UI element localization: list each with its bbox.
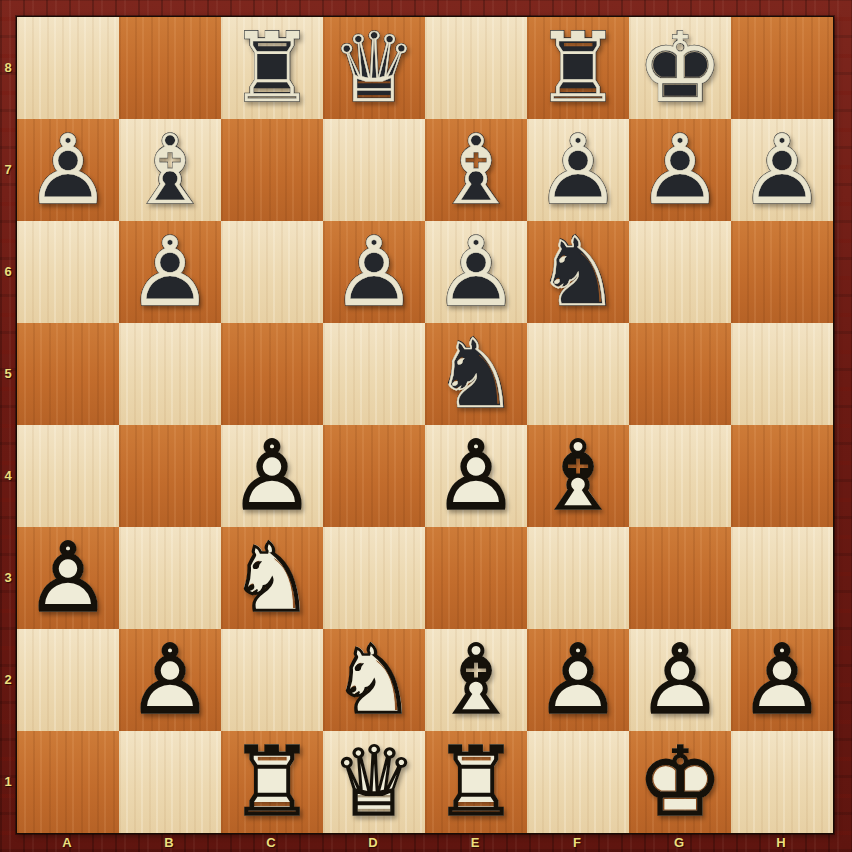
board-square[interactable] — [17, 221, 119, 323]
piece-black-knight[interactable]: ♞♘ — [425, 323, 527, 425]
board-square[interactable]: ♟♙ — [323, 221, 425, 323]
piece-outline-glyph: ♘ — [323, 629, 425, 731]
piece-fill-glyph: ♝ — [425, 119, 527, 221]
board-square[interactable] — [221, 323, 323, 425]
piece-white-pawn[interactable]: ♟♙ — [527, 629, 629, 731]
piece-fill-glyph: ♛ — [323, 17, 425, 119]
piece-white-knight[interactable]: ♞♘ — [221, 527, 323, 629]
piece-white-queen[interactable]: ♛♕ — [323, 731, 425, 833]
board-square[interactable] — [17, 629, 119, 731]
board-square[interactable] — [323, 425, 425, 527]
piece-outline-glyph: ♙ — [731, 119, 833, 221]
board-square[interactable]: ♞♘ — [221, 527, 323, 629]
piece-fill-glyph: ♜ — [221, 17, 323, 119]
board-square[interactable] — [629, 527, 731, 629]
piece-black-pawn[interactable]: ♟♙ — [425, 221, 527, 323]
board-square[interactable] — [221, 221, 323, 323]
piece-black-pawn[interactable]: ♟♙ — [527, 119, 629, 221]
board-square[interactable] — [119, 527, 221, 629]
piece-black-pawn[interactable]: ♟♙ — [323, 221, 425, 323]
piece-white-pawn[interactable]: ♟♙ — [425, 425, 527, 527]
file-label-f: F — [526, 833, 628, 852]
piece-black-pawn[interactable]: ♟♙ — [629, 119, 731, 221]
rank-label-3: 3 — [0, 526, 16, 628]
board-square[interactable]: ♜♖ — [425, 731, 527, 833]
board-square[interactable]: ♚♔ — [629, 731, 731, 833]
board-square[interactable] — [323, 323, 425, 425]
piece-outline-glyph: ♙ — [17, 119, 119, 221]
piece-outline-glyph: ♔ — [629, 17, 731, 119]
board-square[interactable]: ♟♙ — [119, 629, 221, 731]
piece-outline-glyph: ♗ — [527, 425, 629, 527]
board-square[interactable] — [323, 119, 425, 221]
piece-outline-glyph: ♙ — [17, 527, 119, 629]
piece-white-king[interactable]: ♚♔ — [629, 731, 731, 833]
piece-outline-glyph: ♙ — [629, 119, 731, 221]
board-square[interactable]: ♞♘ — [527, 221, 629, 323]
board-square[interactable] — [425, 17, 527, 119]
file-label-c: C — [220, 833, 322, 852]
board-square[interactable] — [17, 17, 119, 119]
piece-fill-glyph: ♜ — [527, 17, 629, 119]
board-square[interactable] — [731, 425, 833, 527]
board-square[interactable]: ♟♙ — [527, 119, 629, 221]
piece-fill-glyph: ♟ — [425, 221, 527, 323]
piece-white-bishop[interactable]: ♝♗ — [527, 425, 629, 527]
piece-black-rook[interactable]: ♜♖ — [221, 17, 323, 119]
file-label-b: B — [118, 833, 220, 852]
rank-label-2: 2 — [0, 628, 16, 730]
piece-fill-glyph: ♟ — [17, 527, 119, 629]
board-square[interactable]: ♝♗ — [425, 629, 527, 731]
piece-fill-glyph: ♟ — [221, 425, 323, 527]
board-square[interactable]: ♛♕ — [323, 17, 425, 119]
piece-fill-glyph: ♝ — [119, 119, 221, 221]
board-square[interactable] — [221, 629, 323, 731]
piece-white-pawn[interactable]: ♟♙ — [119, 629, 221, 731]
rank-label-6: 6 — [0, 220, 16, 322]
piece-fill-glyph: ♟ — [731, 119, 833, 221]
board-square[interactable]: ♟♙ — [527, 629, 629, 731]
piece-outline-glyph: ♙ — [323, 221, 425, 323]
piece-outline-glyph: ♗ — [425, 629, 527, 731]
piece-fill-glyph: ♟ — [425, 425, 527, 527]
piece-fill-glyph: ♜ — [425, 731, 527, 833]
board-square[interactable]: ♞♘ — [425, 323, 527, 425]
board-square[interactable] — [731, 527, 833, 629]
piece-fill-glyph: ♚ — [629, 17, 731, 119]
board-square[interactable] — [119, 323, 221, 425]
board-square[interactable] — [119, 731, 221, 833]
board-square[interactable]: ♝♗ — [425, 119, 527, 221]
board-square[interactable]: ♟♙ — [731, 629, 833, 731]
piece-white-rook[interactable]: ♜♖ — [425, 731, 527, 833]
board-square[interactable]: ♝♗ — [527, 425, 629, 527]
file-label-h: H — [730, 833, 832, 852]
piece-black-pawn[interactable]: ♟♙ — [731, 119, 833, 221]
piece-fill-glyph: ♟ — [527, 629, 629, 731]
piece-white-pawn[interactable]: ♟♙ — [731, 629, 833, 731]
board-square[interactable]: ♟♙ — [731, 119, 833, 221]
piece-outline-glyph: ♖ — [527, 17, 629, 119]
board-square[interactable] — [629, 323, 731, 425]
piece-outline-glyph: ♔ — [629, 731, 731, 833]
board-square[interactable] — [731, 221, 833, 323]
file-label-d: D — [322, 833, 424, 852]
piece-outline-glyph: ♙ — [629, 629, 731, 731]
piece-outline-glyph: ♗ — [119, 119, 221, 221]
piece-fill-glyph: ♟ — [323, 221, 425, 323]
rank-label-8: 8 — [0, 16, 16, 118]
piece-black-rook[interactable]: ♜♖ — [527, 17, 629, 119]
board-square[interactable]: ♝♗ — [119, 119, 221, 221]
piece-outline-glyph: ♙ — [425, 221, 527, 323]
piece-black-bishop[interactable]: ♝♗ — [119, 119, 221, 221]
piece-black-pawn[interactable]: ♟♙ — [119, 221, 221, 323]
piece-fill-glyph: ♟ — [731, 629, 833, 731]
piece-fill-glyph: ♞ — [221, 527, 323, 629]
piece-fill-glyph: ♟ — [17, 119, 119, 221]
piece-fill-glyph: ♛ — [323, 731, 425, 833]
chess-board: ♜♖♛♕♜♖♚♔♟♙♝♗♝♗♟♙♟♙♟♙♟♙♟♙♟♙♞♘♞♘♟♙♟♙♝♗♟♙♞♘… — [16, 16, 834, 834]
piece-fill-glyph: ♞ — [527, 221, 629, 323]
board-square[interactable]: ♟♙ — [629, 629, 731, 731]
board-square[interactable] — [17, 323, 119, 425]
piece-outline-glyph: ♖ — [221, 731, 323, 833]
rank-label-7: 7 — [0, 118, 16, 220]
board-square[interactable]: ♜♖ — [527, 17, 629, 119]
piece-outline-glyph: ♕ — [323, 731, 425, 833]
board-square[interactable]: ♟♙ — [119, 221, 221, 323]
board-square[interactable] — [629, 425, 731, 527]
piece-fill-glyph: ♟ — [527, 119, 629, 221]
board-square[interactable] — [527, 731, 629, 833]
board-square[interactable] — [629, 221, 731, 323]
piece-outline-glyph: ♙ — [119, 221, 221, 323]
piece-outline-glyph: ♙ — [221, 425, 323, 527]
board-square[interactable]: ♟♙ — [425, 425, 527, 527]
piece-outline-glyph: ♙ — [527, 119, 629, 221]
board-square[interactable] — [527, 527, 629, 629]
piece-black-pawn[interactable]: ♟♙ — [17, 119, 119, 221]
piece-fill-glyph: ♝ — [527, 425, 629, 527]
piece-white-rook[interactable]: ♜♖ — [221, 731, 323, 833]
piece-black-knight[interactable]: ♞♘ — [527, 221, 629, 323]
piece-outline-glyph: ♙ — [731, 629, 833, 731]
piece-fill-glyph: ♚ — [629, 731, 731, 833]
file-label-g: G — [628, 833, 730, 852]
piece-outline-glyph: ♘ — [527, 221, 629, 323]
board-square[interactable]: ♚♔ — [629, 17, 731, 119]
piece-black-king[interactable]: ♚♔ — [629, 17, 731, 119]
board-square[interactable] — [119, 425, 221, 527]
board-square[interactable]: ♛♕ — [323, 731, 425, 833]
piece-white-bishop[interactable]: ♝♗ — [425, 629, 527, 731]
board-square[interactable]: ♟♙ — [17, 527, 119, 629]
board-square[interactable]: ♟♙ — [221, 425, 323, 527]
board-frame: ♜♖♛♕♜♖♚♔♟♙♝♗♝♗♟♙♟♙♟♙♟♙♟♙♟♙♞♘♞♘♟♙♟♙♝♗♟♙♞♘… — [0, 0, 852, 852]
board-square[interactable] — [527, 323, 629, 425]
piece-fill-glyph: ♜ — [221, 731, 323, 833]
piece-outline-glyph: ♙ — [119, 629, 221, 731]
board-square[interactable]: ♟♙ — [425, 221, 527, 323]
piece-fill-glyph: ♞ — [425, 323, 527, 425]
board-square[interactable] — [119, 17, 221, 119]
piece-outline-glyph: ♙ — [425, 425, 527, 527]
piece-outline-glyph: ♗ — [425, 119, 527, 221]
piece-fill-glyph: ♟ — [119, 629, 221, 731]
board-square[interactable]: ♟♙ — [17, 119, 119, 221]
piece-black-bishop[interactable]: ♝♗ — [425, 119, 527, 221]
piece-fill-glyph: ♟ — [629, 119, 731, 221]
piece-fill-glyph: ♟ — [119, 221, 221, 323]
piece-fill-glyph: ♟ — [629, 629, 731, 731]
piece-outline-glyph: ♖ — [221, 17, 323, 119]
board-square[interactable] — [731, 323, 833, 425]
rank-label-5: 5 — [0, 322, 16, 424]
board-square[interactable] — [323, 527, 425, 629]
board-square[interactable] — [425, 527, 527, 629]
file-label-e: E — [424, 833, 526, 852]
piece-white-knight[interactable]: ♞♘ — [323, 629, 425, 731]
piece-outline-glyph: ♕ — [323, 17, 425, 119]
piece-black-queen[interactable]: ♛♕ — [323, 17, 425, 119]
board-square[interactable] — [17, 731, 119, 833]
board-square[interactable]: ♞♘ — [323, 629, 425, 731]
rank-label-4: 4 — [0, 424, 16, 526]
board-square[interactable] — [221, 119, 323, 221]
piece-white-pawn[interactable]: ♟♙ — [221, 425, 323, 527]
piece-fill-glyph: ♝ — [425, 629, 527, 731]
board-square[interactable] — [731, 731, 833, 833]
piece-outline-glyph: ♘ — [425, 323, 527, 425]
board-square[interactable]: ♟♙ — [629, 119, 731, 221]
board-square[interactable]: ♜♖ — [221, 731, 323, 833]
rank-label-1: 1 — [0, 730, 16, 832]
board-square[interactable]: ♜♖ — [221, 17, 323, 119]
board-square[interactable] — [731, 17, 833, 119]
piece-outline-glyph: ♘ — [221, 527, 323, 629]
file-label-a: A — [16, 833, 118, 852]
piece-white-pawn[interactable]: ♟♙ — [17, 527, 119, 629]
piece-fill-glyph: ♞ — [323, 629, 425, 731]
board-square[interactable] — [17, 425, 119, 527]
piece-white-pawn[interactable]: ♟♙ — [629, 629, 731, 731]
piece-outline-glyph: ♖ — [425, 731, 527, 833]
piece-outline-glyph: ♙ — [527, 629, 629, 731]
